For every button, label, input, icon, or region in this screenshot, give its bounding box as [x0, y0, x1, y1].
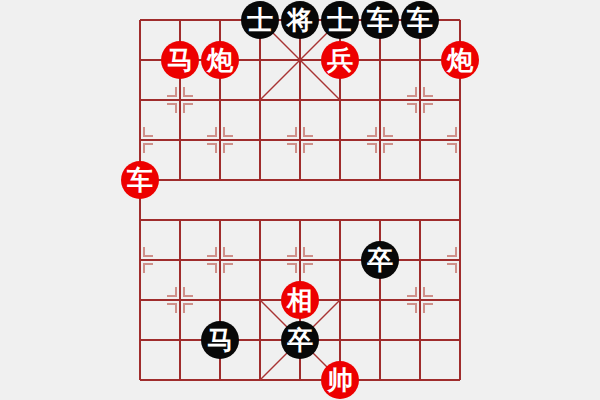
piece-black-advisor[interactable]: 士 [321, 1, 359, 39]
piece-red-soldier[interactable]: 兵 [321, 41, 359, 79]
piece-black-horse[interactable]: 马 [201, 321, 239, 359]
piece-black-chariot[interactable]: 车 [361, 1, 399, 39]
piece-red-cannon[interactable]: 炮 [441, 41, 479, 79]
xiangqi-board-screenshot: 士将士车车马炮兵炮车卒相马卒帅 [0, 0, 600, 400]
piece-black-chariot[interactable]: 车 [401, 1, 439, 39]
piece-red-elephant[interactable]: 相 [281, 281, 319, 319]
xiangqi-board: 士将士车车马炮兵炮车卒相马卒帅 [120, 0, 480, 400]
piece-red-horse[interactable]: 马 [161, 41, 199, 79]
piece-red-chariot[interactable]: 车 [121, 161, 159, 199]
piece-red-general[interactable]: 帅 [321, 361, 359, 399]
piece-red-cannon[interactable]: 炮 [201, 41, 239, 79]
piece-black-soldier[interactable]: 卒 [361, 241, 399, 279]
piece-black-general[interactable]: 将 [281, 1, 319, 39]
piece-black-advisor[interactable]: 士 [241, 1, 279, 39]
piece-black-soldier[interactable]: 卒 [281, 321, 319, 359]
